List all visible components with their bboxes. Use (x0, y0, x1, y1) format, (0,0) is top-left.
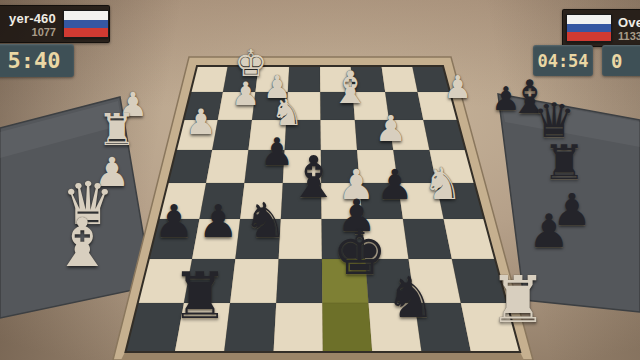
piece-bN-c3[interactable]: ♞ (244, 196, 287, 244)
captured-black-r-3: ♜ (543, 139, 586, 187)
player-box-right: Over 1133 (562, 9, 640, 47)
piece-wP-h7[interactable]: ♟ (443, 72, 471, 104)
piece-bP-f4[interactable]: ♟ (376, 164, 413, 205)
piece-wP-b7[interactable]: ♟ (231, 78, 260, 110)
clock-left: 5:40 (0, 44, 74, 77)
square-g3[interactable] (403, 219, 452, 259)
square-c1[interactable] (224, 303, 276, 352)
captured-white-r-1: ♜ (97, 109, 136, 153)
clock-far-right: 0 (602, 45, 640, 76)
piece-wB-e7[interactable]: ♝ (330, 66, 370, 111)
piece-wP-f6[interactable]: ♟ (375, 111, 407, 147)
player-right-rating: 1133 (618, 30, 640, 42)
square-d1[interactable] (274, 303, 323, 352)
piece-wR-h1[interactable]: ♜ (489, 268, 547, 333)
captured-black-p-5: ♟ (528, 208, 569, 254)
player-box-left: yer-460 1077 (0, 5, 110, 43)
russia-flag-icon (63, 10, 109, 38)
square-b6[interactable] (212, 120, 252, 150)
player-left-name: yer-460 (0, 11, 56, 26)
square-c2[interactable] (230, 259, 279, 303)
piece-wN-d6[interactable]: ♞ (271, 95, 304, 131)
square-e1[interactable] (322, 303, 372, 352)
square-g8[interactable] (382, 66, 418, 92)
russia-flag-icon (566, 14, 612, 42)
board-front-edge (121, 352, 524, 360)
square-b5[interactable] (206, 150, 248, 183)
piece-bP-a3[interactable]: ♟ (154, 199, 195, 244)
piece-bN-f1[interactable]: ♞ (385, 270, 436, 327)
piece-bR-b1[interactable]: ♜ (171, 264, 229, 328)
square-d8[interactable] (288, 66, 320, 92)
captured-white-b-4: ♝ (52, 210, 112, 277)
piece-bP-b3[interactable]: ♟ (198, 199, 239, 244)
piece-bK-e2[interactable]: ♚ (332, 222, 387, 283)
player-left-rating: 1077 (0, 26, 56, 38)
player-right-name: Over (618, 15, 640, 30)
square-d2[interactable] (276, 259, 322, 303)
piece-wP-a6[interactable]: ♟ (185, 104, 216, 139)
piece-wN-g4[interactable]: ♞ (423, 162, 463, 206)
piece-bB-d4[interactable]: ♝ (288, 149, 340, 207)
